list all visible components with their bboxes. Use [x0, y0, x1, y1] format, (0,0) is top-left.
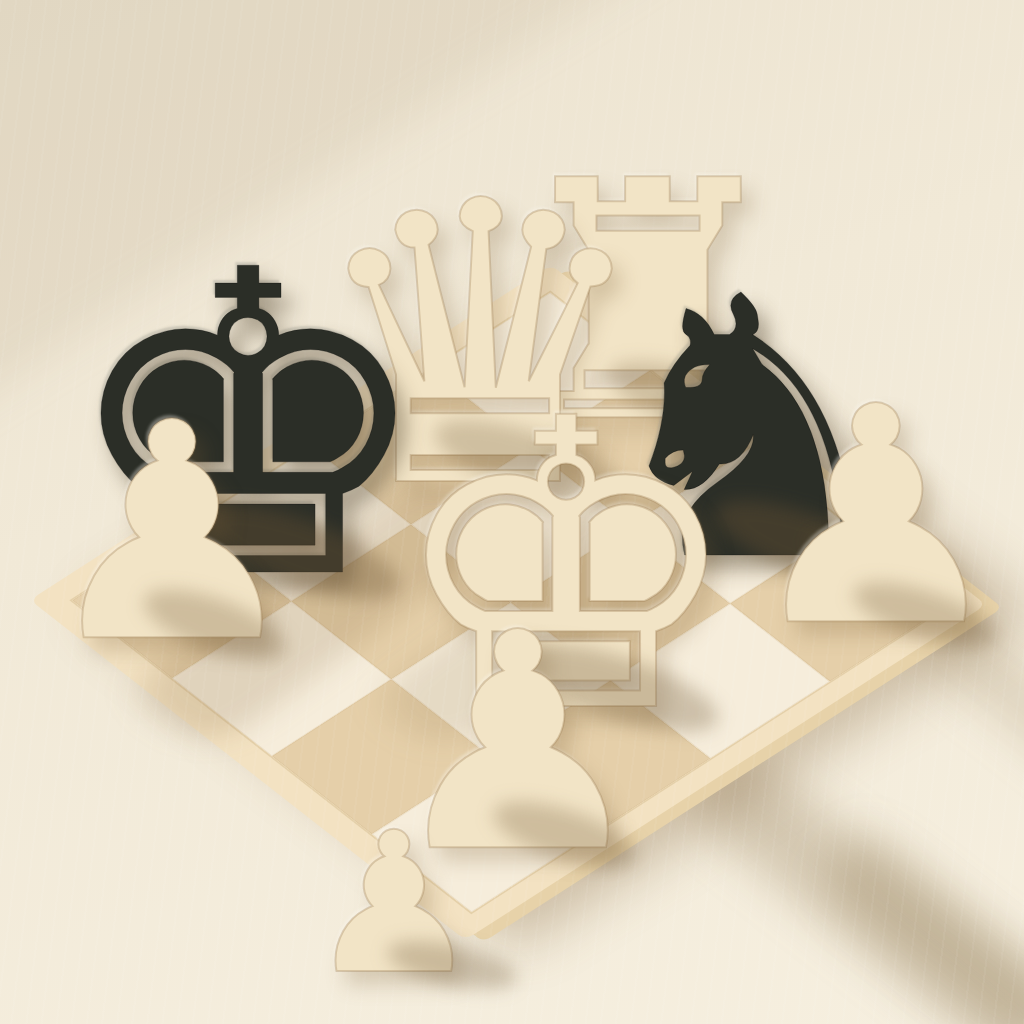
table-scene: ♟♚♛♜♚♞♟♟♟: [0, 0, 1024, 1024]
